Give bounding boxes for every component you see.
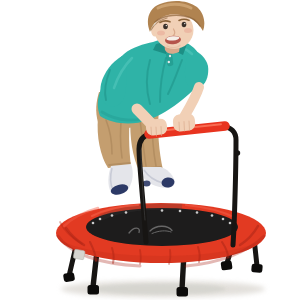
photo-illustration (0, 0, 300, 300)
eye-left (163, 24, 168, 30)
clamp-knob (235, 150, 240, 155)
eye-right (182, 22, 187, 28)
product-photo (0, 0, 300, 300)
foot-far-right (251, 264, 263, 273)
foot-handlebar (220, 260, 232, 270)
foot-front-right (177, 287, 189, 297)
shadow-inner (94, 284, 226, 295)
foot-front-left (88, 285, 100, 295)
pad-fabric-tag (73, 249, 85, 260)
